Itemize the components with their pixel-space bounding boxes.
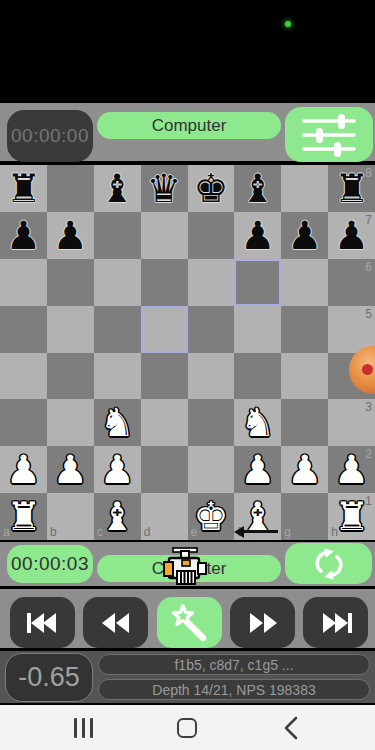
square-c2[interactable]: ♟ [94,446,141,493]
square-e2[interactable] [188,446,235,493]
square-f3[interactable]: ♞ [234,399,281,446]
square-h3[interactable]: 3 [328,399,375,446]
skip-to-start-icon [25,611,61,635]
status-area [0,0,375,103]
square-e1[interactable]: e♚ [188,493,235,540]
evaluation-box: -0.65 [5,653,93,702]
square-e6[interactable] [188,259,235,306]
square-h6[interactable]: 6 [328,259,375,306]
square-c3[interactable]: ♞ [94,399,141,446]
square-g1[interactable]: g [281,493,328,540]
recents-button[interactable] [66,705,100,750]
square-e5[interactable] [188,306,235,353]
white-pawn: ♟ [287,450,322,489]
square-a6[interactable] [0,259,47,306]
square-f8[interactable]: ♝ [234,165,281,212]
rewind-icon [100,611,132,635]
square-c8[interactable]: ♝ [94,165,141,212]
square-c5[interactable] [94,306,141,353]
best-line-text: f1b5, c8d7, c1g5 ... [174,657,293,673]
white-pawn: ♟ [53,450,88,489]
top-clock-time: 00:00:00 [11,125,89,147]
magic-wand-icon [170,603,210,643]
chess-app-screen: 00:00:00 Computer ♜♝♛♚♝8 [0,0,375,750]
refresh-icon [309,545,349,583]
square-d6[interactable] [141,259,188,306]
rank-label-5: 5 [365,308,372,320]
white-king: ♚ [193,497,228,536]
square-b7[interactable]: ♟ [47,212,94,259]
square-a1[interactable]: a♜ [0,493,47,540]
square-a4[interactable] [0,353,47,400]
black-pawn: ♟ [6,216,41,255]
settings-button[interactable] [285,107,373,162]
top-player-name-pill[interactable]: Computer [97,112,281,139]
square-c1[interactable]: c♝ [94,493,141,540]
square-g8[interactable] [281,165,328,212]
square-d1[interactable]: d [141,493,188,540]
file-label-b: b [50,526,57,538]
square-a7[interactable]: ♟ [0,212,47,259]
home-icon [177,718,197,738]
engine-stats-pill: Depth 14/21, NPS 198383 [98,679,370,700]
square-f5[interactable] [234,306,281,353]
square-h2[interactable]: 2♟ [328,446,375,493]
square-b4[interactable] [47,353,94,400]
white-knight: ♞ [100,403,135,442]
white-bishop: ♝ [100,497,135,536]
black-pawn: ♟ [287,216,322,255]
bottom-player-clock: 00:00:03 [7,545,93,583]
forward-icon [247,611,279,635]
file-label-g: g [284,526,291,538]
black-pawn: ♟ [240,216,275,255]
file-label-d: d [144,526,151,538]
white-pawn: ♟ [100,450,135,489]
rewind-button[interactable] [83,597,148,648]
square-f4[interactable] [234,353,281,400]
back-button[interactable] [274,705,308,750]
top-player-name: Computer [152,116,227,136]
square-a2[interactable]: ♟ [0,446,47,493]
square-d3[interactable] [141,399,188,446]
white-rook: ♜ [6,497,41,536]
square-g5[interactable] [281,306,328,353]
android-nav-bar [0,705,375,750]
square-h1[interactable]: 1h♜ [328,493,375,540]
forward-button[interactable] [230,597,295,648]
skip-to-start-button[interactable] [10,597,75,648]
square-e4[interactable] [188,353,235,400]
square-b5[interactable] [47,306,94,353]
top-player-bar: 00:00:00 Computer [0,103,375,163]
square-d7[interactable] [141,212,188,259]
engine-eval-panel: -0.65 f1b5, c8d7, c1g5 ... Depth 14/21, … [0,651,375,705]
square-c7[interactable] [94,212,141,259]
black-rook: ♜ [334,169,369,208]
evaluation-value: -0.65 [18,662,80,693]
square-e3[interactable] [188,399,235,446]
bottom-player-bar: 00:00:03 Computer [0,542,375,586]
back-icon [284,716,298,740]
white-pawn: ♟ [334,450,369,489]
game-controls-row [0,586,375,651]
black-queen: ♛ [147,169,182,208]
black-pawn: ♟ [334,216,369,255]
square-d5[interactable] [141,306,188,353]
top-player-clock: 00:00:00 [7,110,93,162]
square-e7[interactable] [188,212,235,259]
black-king: ♚ [193,169,228,208]
best-line-pill[interactable]: f1b5, c8d7, c1g5 ... [98,654,370,675]
black-bishop: ♝ [240,169,275,208]
bottom-clock-time: 00:00:03 [11,553,89,575]
square-b1[interactable]: b [47,493,94,540]
square-f6[interactable] [234,259,281,306]
engine-thinking-icon [163,547,207,587]
white-pawn: ♟ [240,450,275,489]
square-d2[interactable] [141,446,188,493]
square-b8[interactable] [47,165,94,212]
black-rook: ♜ [6,169,41,208]
new-game-refresh-button[interactable] [285,543,372,584]
rank-label-3: 3 [365,401,372,413]
white-pawn: ♟ [6,450,41,489]
square-c4[interactable] [94,353,141,400]
square-a3[interactable] [0,399,47,446]
square-g4[interactable] [281,353,328,400]
black-bishop: ♝ [100,169,135,208]
square-g7[interactable]: ♟ [281,212,328,259]
square-d8[interactable]: ♛ [141,165,188,212]
tune-sliders-icon [300,112,358,158]
square-e8[interactable]: ♚ [188,165,235,212]
home-button[interactable] [170,705,204,750]
square-g3[interactable] [281,399,328,446]
skip-to-end-icon [318,611,354,635]
hint-arrow [243,530,278,533]
square-g6[interactable] [281,259,328,306]
square-b6[interactable] [47,259,94,306]
skip-to-end-button[interactable] [303,597,368,648]
white-knight: ♞ [240,403,275,442]
square-h8[interactable]: 8♜ [328,165,375,212]
square-a8[interactable]: ♜ [0,165,47,212]
recents-icon [74,718,77,738]
hint-wand-button[interactable] [157,597,222,648]
black-pawn: ♟ [53,216,88,255]
rank-label-6: 6 [365,261,372,273]
square-d4[interactable] [141,353,188,400]
square-f7[interactable]: ♟ [234,212,281,259]
chess-board: ♜♝♛♚♝8♜♟♟♟♟7♟654♞♞3♟♟♟♟♟2♟a♜bc♝de♚f♝g1h♜ [0,165,375,540]
status-green-dot-icon [285,21,291,27]
square-b2[interactable]: ♟ [47,446,94,493]
square-a5[interactable] [0,306,47,353]
white-rook: ♜ [334,497,369,536]
ball-red-dot-icon [362,364,373,375]
square-c6[interactable] [94,259,141,306]
square-h7[interactable]: 7♟ [328,212,375,259]
engine-stats-text: Depth 14/21, NPS 198383 [152,682,315,698]
square-f1[interactable]: f♝ [234,493,281,540]
square-g2[interactable]: ♟ [281,446,328,493]
square-b3[interactable] [47,399,94,446]
square-f2[interactable]: ♟ [234,446,281,493]
